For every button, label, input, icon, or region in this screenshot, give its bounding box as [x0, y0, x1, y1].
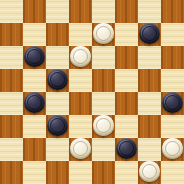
square-b3 [23, 115, 46, 138]
square-d7 [69, 23, 92, 46]
square-c2 [46, 138, 69, 161]
square-f2[interactable]: ⛂ [115, 138, 138, 161]
square-g2 [138, 138, 161, 161]
square-b7 [23, 23, 46, 46]
black-man-glyph: ⛂ [47, 115, 48, 116]
black-man-glyph: ⛂ [24, 92, 25, 93]
square-e2 [92, 138, 115, 161]
square-e3[interactable]: ⛀ [92, 115, 115, 138]
square-b2[interactable] [23, 138, 46, 161]
black-man-piece[interactable]: ⛂ [162, 92, 183, 113]
black-man-glyph: ⛂ [116, 138, 117, 139]
white-man-piece[interactable]: ⛀ [70, 46, 91, 67]
square-f3 [115, 115, 138, 138]
black-man-glyph: ⛂ [47, 69, 48, 70]
white-man-piece[interactable]: ⛀ [139, 161, 160, 182]
square-d8[interactable] [69, 0, 92, 23]
square-c7[interactable] [46, 23, 69, 46]
square-g8 [138, 0, 161, 23]
square-h8[interactable] [161, 0, 184, 23]
square-g6 [138, 46, 161, 69]
black-man-piece[interactable]: ⛂ [47, 115, 68, 136]
square-e6 [92, 46, 115, 69]
square-e7[interactable]: ⛀ [92, 23, 115, 46]
square-h4[interactable]: ⛂ [161, 92, 184, 115]
white-man-glyph: ⛀ [70, 46, 71, 47]
square-e4 [92, 92, 115, 115]
square-a3[interactable] [0, 115, 23, 138]
square-a5[interactable] [0, 69, 23, 92]
black-man-glyph: ⛂ [139, 23, 140, 24]
square-h1 [161, 161, 184, 184]
square-f8[interactable] [115, 0, 138, 23]
checkers-board: ⛀⛂⛂⛀⛂⛂⛂⛂⛀⛀⛂⛀⛀ [0, 0, 184, 184]
black-man-piece[interactable]: ⛂ [24, 46, 45, 67]
white-man-piece[interactable]: ⛀ [162, 138, 183, 159]
square-h2[interactable]: ⛀ [161, 138, 184, 161]
square-c3[interactable]: ⛂ [46, 115, 69, 138]
square-b1 [23, 161, 46, 184]
square-d2[interactable]: ⛀ [69, 138, 92, 161]
square-g5[interactable] [138, 69, 161, 92]
white-man-piece[interactable]: ⛀ [93, 23, 114, 44]
square-b5 [23, 69, 46, 92]
black-man-glyph: ⛂ [162, 92, 163, 93]
square-g1[interactable]: ⛀ [138, 161, 161, 184]
square-e1[interactable] [92, 161, 115, 184]
square-c5[interactable]: ⛂ [46, 69, 69, 92]
white-man-glyph: ⛀ [93, 115, 94, 116]
square-e5[interactable] [92, 69, 115, 92]
square-f1 [115, 161, 138, 184]
white-man-glyph: ⛀ [162, 138, 163, 139]
square-a7[interactable] [0, 23, 23, 46]
square-f5 [115, 69, 138, 92]
square-c4 [46, 92, 69, 115]
white-man-glyph: ⛀ [70, 138, 71, 139]
white-man-glyph: ⛀ [93, 23, 94, 24]
black-man-piece[interactable]: ⛂ [139, 23, 160, 44]
square-d6[interactable]: ⛀ [69, 46, 92, 69]
square-a6 [0, 46, 23, 69]
square-f7 [115, 23, 138, 46]
square-a8 [0, 0, 23, 23]
square-f4[interactable] [115, 92, 138, 115]
square-a1[interactable] [0, 161, 23, 184]
square-h5 [161, 69, 184, 92]
white-man-piece[interactable]: ⛀ [70, 138, 91, 159]
white-man-piece[interactable]: ⛀ [93, 115, 114, 136]
black-man-piece[interactable]: ⛂ [24, 92, 45, 113]
square-a2 [0, 138, 23, 161]
square-h3 [161, 115, 184, 138]
square-c1[interactable] [46, 161, 69, 184]
square-b8[interactable] [23, 0, 46, 23]
square-c8 [46, 0, 69, 23]
black-man-piece[interactable]: ⛂ [47, 69, 68, 90]
square-d4[interactable] [69, 92, 92, 115]
square-g4 [138, 92, 161, 115]
square-g3[interactable] [138, 115, 161, 138]
square-a4 [0, 92, 23, 115]
square-d3 [69, 115, 92, 138]
square-f6[interactable] [115, 46, 138, 69]
black-man-piece[interactable]: ⛂ [116, 138, 137, 159]
square-b6[interactable]: ⛂ [23, 46, 46, 69]
square-c6 [46, 46, 69, 69]
square-e8 [92, 0, 115, 23]
square-b4[interactable]: ⛂ [23, 92, 46, 115]
square-g7[interactable]: ⛂ [138, 23, 161, 46]
square-d5 [69, 69, 92, 92]
black-man-glyph: ⛂ [24, 46, 25, 47]
square-h6[interactable] [161, 46, 184, 69]
square-h7 [161, 23, 184, 46]
square-d1 [69, 161, 92, 184]
white-man-glyph: ⛀ [139, 161, 140, 162]
